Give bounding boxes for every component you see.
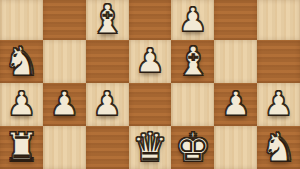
square-a3[interactable]: ♞ (0, 40, 43, 83)
white-pawn-d3[interactable]: ♟ (135, 44, 165, 77)
white-pawn-e4[interactable]: ♟ (178, 3, 208, 36)
square-a1[interactable]: ♜ (0, 126, 43, 169)
square-c2[interactable]: ♟ (86, 83, 129, 126)
square-e1[interactable]: ♚ (171, 126, 214, 169)
square-g3[interactable] (257, 40, 300, 83)
white-king-e1[interactable]: ♚ (175, 127, 211, 167)
square-e4[interactable]: ♟ (171, 0, 214, 40)
square-c1[interactable] (86, 126, 129, 169)
white-knight-a3[interactable]: ♞ (3, 41, 39, 81)
white-pawn-a2[interactable]: ♟ (7, 87, 37, 120)
square-c3[interactable] (86, 40, 129, 83)
white-bishop-e3[interactable]: ♝ (175, 41, 211, 81)
square-a4[interactable] (0, 0, 43, 40)
square-d4[interactable] (129, 0, 172, 40)
square-f1[interactable] (214, 126, 257, 169)
square-d1[interactable]: ♛ (129, 126, 172, 169)
square-b4[interactable] (43, 0, 86, 40)
square-g2[interactable]: ♟ (257, 83, 300, 126)
white-bishop-c4[interactable]: ♝ (89, 0, 125, 39)
square-e3[interactable]: ♝ (171, 40, 214, 83)
square-f4[interactable] (214, 0, 257, 40)
square-d2[interactable] (129, 83, 172, 126)
white-knight-g1[interactable]: ♞ (261, 127, 297, 167)
square-f2[interactable]: ♟ (214, 83, 257, 126)
square-b1[interactable] (43, 126, 86, 169)
square-f3[interactable] (214, 40, 257, 83)
chess-board: ♝♟♞♟♝♟♟♟♟♟♜♛♚♞ (0, 0, 300, 169)
white-pawn-f2[interactable]: ♟ (221, 87, 251, 120)
square-b3[interactable] (43, 40, 86, 83)
square-e2[interactable] (171, 83, 214, 126)
white-rook-a1[interactable]: ♜ (3, 127, 39, 167)
square-g1[interactable]: ♞ (257, 126, 300, 169)
white-pawn-b2[interactable]: ♟ (49, 87, 79, 120)
square-g4[interactable] (257, 0, 300, 40)
white-pawn-g2[interactable]: ♟ (264, 87, 294, 120)
white-pawn-c2[interactable]: ♟ (92, 87, 122, 120)
square-c4[interactable]: ♝ (86, 0, 129, 40)
square-d3[interactable]: ♟ (129, 40, 172, 83)
square-a2[interactable]: ♟ (0, 83, 43, 126)
square-b2[interactable]: ♟ (43, 83, 86, 126)
white-queen-d1[interactable]: ♛ (132, 127, 168, 167)
